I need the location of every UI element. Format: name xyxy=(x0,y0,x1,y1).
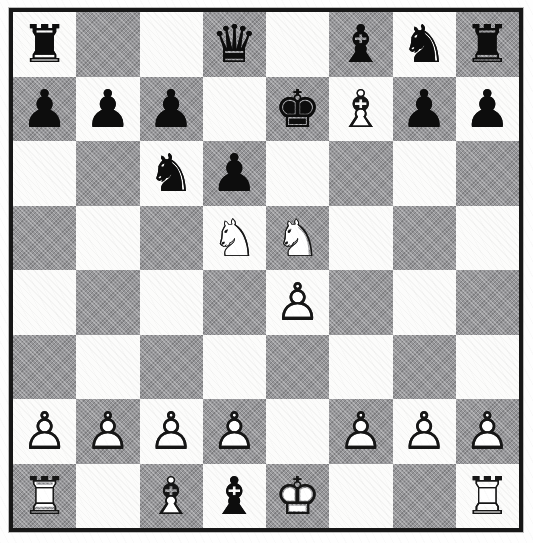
square-a3[interactable] xyxy=(13,335,76,400)
white-knight-icon: ♞♘ xyxy=(266,206,329,271)
black-pawn-icon: ♟ xyxy=(76,77,139,142)
square-a8[interactable]: ♜ xyxy=(13,12,76,77)
square-h3[interactable] xyxy=(456,335,519,400)
square-d1[interactable]: ♝ xyxy=(203,464,266,529)
square-b8[interactable] xyxy=(76,12,139,77)
square-g8[interactable]: ♞ xyxy=(393,12,456,77)
square-b3[interactable] xyxy=(76,335,139,400)
square-f3[interactable] xyxy=(329,335,392,400)
white-king-icon: ♚♔ xyxy=(266,464,329,529)
square-g5[interactable] xyxy=(393,206,456,271)
black-king-icon: ♚ xyxy=(266,77,329,142)
square-d5[interactable]: ♞♘ xyxy=(203,206,266,271)
square-c2[interactable]: ♟♙ xyxy=(140,399,203,464)
white-bishop-icon: ♝♗ xyxy=(329,77,392,142)
square-h8[interactable]: ♜ xyxy=(456,12,519,77)
square-f1[interactable] xyxy=(329,464,392,529)
square-e8[interactable] xyxy=(266,12,329,77)
black-rook-icon: ♜ xyxy=(456,12,519,77)
white-rook-icon: ♜♖ xyxy=(456,464,519,529)
square-d8[interactable]: ♛ xyxy=(203,12,266,77)
white-pawn-icon: ♟♙ xyxy=(13,399,76,464)
square-d2[interactable]: ♟♙ xyxy=(203,399,266,464)
square-b2[interactable]: ♟♙ xyxy=(76,399,139,464)
white-pawn-icon: ♟♙ xyxy=(329,399,392,464)
black-bishop-icon: ♝ xyxy=(329,12,392,77)
square-d3[interactable] xyxy=(203,335,266,400)
square-c4[interactable] xyxy=(140,270,203,335)
white-bishop-icon: ♝♗ xyxy=(140,464,203,529)
square-c6[interactable]: ♞ xyxy=(140,141,203,206)
square-e2[interactable] xyxy=(266,399,329,464)
square-e7[interactable]: ♚ xyxy=(266,77,329,142)
square-h5[interactable] xyxy=(456,206,519,271)
square-g3[interactable] xyxy=(393,335,456,400)
square-h2[interactable]: ♟♙ xyxy=(456,399,519,464)
black-pawn-icon: ♟ xyxy=(140,77,203,142)
square-h7[interactable]: ♟ xyxy=(456,77,519,142)
square-b1[interactable] xyxy=(76,464,139,529)
black-bishop-icon: ♝ xyxy=(203,464,266,529)
white-pawn-icon: ♟♙ xyxy=(140,399,203,464)
square-a5[interactable] xyxy=(13,206,76,271)
square-b7[interactable]: ♟ xyxy=(76,77,139,142)
square-g2[interactable]: ♟♙ xyxy=(393,399,456,464)
square-f7[interactable]: ♝♗ xyxy=(329,77,392,142)
square-e3[interactable] xyxy=(266,335,329,400)
square-e4[interactable]: ♟♙ xyxy=(266,270,329,335)
black-queen-icon: ♛ xyxy=(203,12,266,77)
black-pawn-icon: ♟ xyxy=(456,77,519,142)
square-f4[interactable] xyxy=(329,270,392,335)
square-f5[interactable] xyxy=(329,206,392,271)
square-g4[interactable] xyxy=(393,270,456,335)
white-knight-icon: ♞♘ xyxy=(203,206,266,271)
square-a2[interactable]: ♟♙ xyxy=(13,399,76,464)
white-pawn-icon: ♟♙ xyxy=(393,399,456,464)
white-rook-icon: ♜♖ xyxy=(13,464,76,529)
square-a1[interactable]: ♜♖ xyxy=(13,464,76,529)
square-f6[interactable] xyxy=(329,141,392,206)
square-h4[interactable] xyxy=(456,270,519,335)
square-b6[interactable] xyxy=(76,141,139,206)
square-a4[interactable] xyxy=(13,270,76,335)
black-pawn-icon: ♟ xyxy=(13,77,76,142)
square-h1[interactable]: ♜♖ xyxy=(456,464,519,529)
square-d4[interactable] xyxy=(203,270,266,335)
square-b5[interactable] xyxy=(76,206,139,271)
white-pawn-icon: ♟♙ xyxy=(203,399,266,464)
white-pawn-icon: ♟♙ xyxy=(76,399,139,464)
square-g6[interactable] xyxy=(393,141,456,206)
square-d6[interactable]: ♟ xyxy=(203,141,266,206)
chess-board: ♜♛♝♞♜♟♟♟♚♝♗♟♟♞♟♞♘♞♘♟♙♟♙♟♙♟♙♟♙♟♙♟♙♟♙♜♖♝♗♝… xyxy=(9,8,523,532)
black-pawn-icon: ♟ xyxy=(393,77,456,142)
square-e6[interactable] xyxy=(266,141,329,206)
square-e5[interactable]: ♞♘ xyxy=(266,206,329,271)
square-c3[interactable] xyxy=(140,335,203,400)
square-g1[interactable] xyxy=(393,464,456,529)
square-a7[interactable]: ♟ xyxy=(13,77,76,142)
square-f2[interactable]: ♟♙ xyxy=(329,399,392,464)
square-g7[interactable]: ♟ xyxy=(393,77,456,142)
black-pawn-icon: ♟ xyxy=(203,141,266,206)
square-c1[interactable]: ♝♗ xyxy=(140,464,203,529)
black-knight-icon: ♞ xyxy=(393,12,456,77)
scanned-chess-diagram-page: { "game": "chess", "diagram": { "descrip… xyxy=(0,0,533,543)
square-d7[interactable] xyxy=(203,77,266,142)
square-f8[interactable]: ♝ xyxy=(329,12,392,77)
square-c5[interactable] xyxy=(140,206,203,271)
square-a6[interactable] xyxy=(13,141,76,206)
black-knight-icon: ♞ xyxy=(140,141,203,206)
black-rook-icon: ♜ xyxy=(13,12,76,77)
square-c7[interactable]: ♟ xyxy=(140,77,203,142)
white-pawn-icon: ♟♙ xyxy=(456,399,519,464)
square-e1[interactable]: ♚♔ xyxy=(266,464,329,529)
square-b4[interactable] xyxy=(76,270,139,335)
white-pawn-icon: ♟♙ xyxy=(266,270,329,335)
square-c8[interactable] xyxy=(140,12,203,77)
square-h6[interactable] xyxy=(456,141,519,206)
